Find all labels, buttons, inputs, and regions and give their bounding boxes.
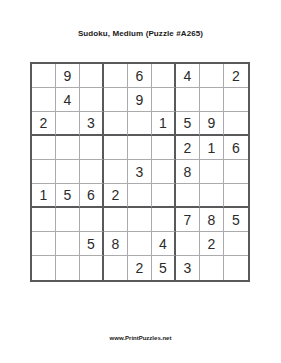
cell-r1c3[interactable]: [80, 64, 104, 88]
cell-r4c5[interactable]: [128, 136, 152, 160]
cell-r9c5[interactable]: 2: [128, 256, 152, 280]
sudoku-board: 964249231592163815627855842253: [30, 62, 250, 282]
cell-r5c9[interactable]: [224, 160, 248, 184]
cell-r4c8[interactable]: 1: [200, 136, 224, 160]
cell-r7c2[interactable]: [56, 208, 80, 232]
cell-r3c2[interactable]: [56, 112, 80, 136]
cell-r5c8[interactable]: [200, 160, 224, 184]
cell-r1c4[interactable]: [104, 64, 128, 88]
cell-r2c3[interactable]: [80, 88, 104, 112]
cell-r5c5[interactable]: 3: [128, 160, 152, 184]
cell-r4c6[interactable]: [152, 136, 176, 160]
cell-r3c4[interactable]: [104, 112, 128, 136]
cell-r9c6[interactable]: 5: [152, 256, 176, 280]
cell-r4c4[interactable]: [104, 136, 128, 160]
cell-r1c1[interactable]: [32, 64, 56, 88]
cell-r8c2[interactable]: [56, 232, 80, 256]
cell-r4c7[interactable]: 2: [176, 136, 200, 160]
cell-r8c7[interactable]: [176, 232, 200, 256]
cell-r1c5[interactable]: 6: [128, 64, 152, 88]
cell-r7c7[interactable]: 7: [176, 208, 200, 232]
cell-r2c5[interactable]: 9: [128, 88, 152, 112]
cell-r1c2[interactable]: 9: [56, 64, 80, 88]
cell-r7c1[interactable]: [32, 208, 56, 232]
cell-r1c7[interactable]: 4: [176, 64, 200, 88]
cell-r6c7[interactable]: [176, 184, 200, 208]
cell-r9c4[interactable]: [104, 256, 128, 280]
cell-r8c1[interactable]: [32, 232, 56, 256]
cell-r4c2[interactable]: [56, 136, 80, 160]
cell-r7c9[interactable]: 5: [224, 208, 248, 232]
cell-r2c6[interactable]: [152, 88, 176, 112]
cell-r3c8[interactable]: 9: [200, 112, 224, 136]
cell-r9c8[interactable]: [200, 256, 224, 280]
cell-r1c6[interactable]: [152, 64, 176, 88]
cell-r8c8[interactable]: 2: [200, 232, 224, 256]
cell-r7c3[interactable]: [80, 208, 104, 232]
cell-r8c4[interactable]: 8: [104, 232, 128, 256]
cell-r2c1[interactable]: [32, 88, 56, 112]
cell-r9c1[interactable]: [32, 256, 56, 280]
cell-r1c8[interactable]: [200, 64, 224, 88]
cell-r8c9[interactable]: [224, 232, 248, 256]
cell-r9c9[interactable]: [224, 256, 248, 280]
cell-r6c1[interactable]: 1: [32, 184, 56, 208]
cell-r6c6[interactable]: [152, 184, 176, 208]
cell-r2c8[interactable]: [200, 88, 224, 112]
cell-r6c3[interactable]: 6: [80, 184, 104, 208]
cell-r7c4[interactable]: [104, 208, 128, 232]
cell-r5c4[interactable]: [104, 160, 128, 184]
cell-r4c3[interactable]: [80, 136, 104, 160]
cell-r6c2[interactable]: 5: [56, 184, 80, 208]
cell-r7c8[interactable]: 8: [200, 208, 224, 232]
cell-r4c9[interactable]: 6: [224, 136, 248, 160]
cell-r3c9[interactable]: [224, 112, 248, 136]
cell-r3c6[interactable]: 1: [152, 112, 176, 136]
cell-r9c2[interactable]: [56, 256, 80, 280]
cell-r2c2[interactable]: 4: [56, 88, 80, 112]
cell-r4c1[interactable]: [32, 136, 56, 160]
cell-r6c4[interactable]: 2: [104, 184, 128, 208]
puzzle-title: Sudoku, Medium (Puzzle #A265): [0, 29, 281, 38]
cell-r5c2[interactable]: [56, 160, 80, 184]
cell-r5c3[interactable]: [80, 160, 104, 184]
cell-r8c3[interactable]: 5: [80, 232, 104, 256]
cell-r3c3[interactable]: 3: [80, 112, 104, 136]
footer-url: www.PrintPuzzles.net: [0, 335, 281, 341]
cell-r1c9[interactable]: 2: [224, 64, 248, 88]
cell-r9c7[interactable]: 3: [176, 256, 200, 280]
cell-r8c5[interactable]: [128, 232, 152, 256]
cell-r5c7[interactable]: 8: [176, 160, 200, 184]
cell-r7c5[interactable]: [128, 208, 152, 232]
cell-r9c3[interactable]: [80, 256, 104, 280]
cell-r3c1[interactable]: 2: [32, 112, 56, 136]
cell-r2c7[interactable]: [176, 88, 200, 112]
cell-r7c6[interactable]: [152, 208, 176, 232]
cell-r6c8[interactable]: [200, 184, 224, 208]
cell-r5c6[interactable]: [152, 160, 176, 184]
cell-r8c6[interactable]: 4: [152, 232, 176, 256]
cell-r6c5[interactable]: [128, 184, 152, 208]
cell-r2c4[interactable]: [104, 88, 128, 112]
cell-r3c7[interactable]: 5: [176, 112, 200, 136]
cell-r6c9[interactable]: [224, 184, 248, 208]
cell-r2c9[interactable]: [224, 88, 248, 112]
cell-r3c5[interactable]: [128, 112, 152, 136]
puzzle-page: Sudoku, Medium (Puzzle #A265) 9642492315…: [0, 0, 281, 363]
cell-r5c1[interactable]: [32, 160, 56, 184]
